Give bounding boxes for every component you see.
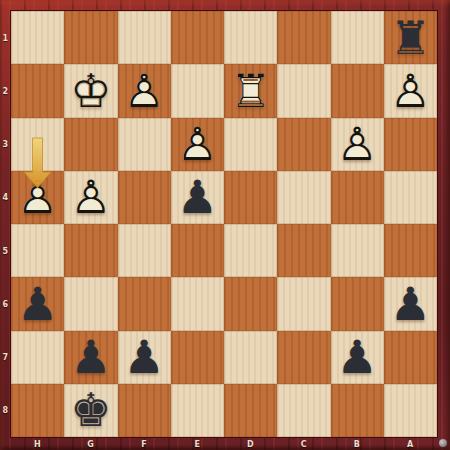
piece-fill: ♟: [118, 64, 171, 117]
piece-outline: ♙: [384, 64, 437, 117]
piece-white-pawn: ♟♙: [118, 64, 171, 117]
square-b7[interactable]: ♟: [331, 331, 384, 384]
file-label-f: F: [141, 439, 147, 448]
square-b3[interactable]: ♟♙: [331, 118, 384, 171]
square-h6[interactable]: ♟: [11, 277, 64, 330]
square-f2[interactable]: ♟♙: [118, 64, 171, 117]
file-label-c: C: [301, 439, 307, 448]
square-d7[interactable]: [224, 331, 277, 384]
rank-label-2: 2: [2, 86, 8, 95]
square-c3[interactable]: [277, 118, 330, 171]
piece-outline: ♔: [64, 64, 117, 117]
piece-fill: ♟: [331, 331, 384, 384]
square-c5[interactable]: [277, 224, 330, 277]
piece-fill: ♟: [171, 171, 224, 224]
piece-outline: ♙: [11, 171, 64, 224]
piece-fill: ♟: [384, 64, 437, 117]
square-e8[interactable]: [171, 384, 224, 437]
square-a1[interactable]: ♜: [384, 11, 437, 64]
square-f3[interactable]: [118, 118, 171, 171]
piece-fill: ♟: [171, 118, 224, 171]
piece-fill: ♚: [64, 64, 117, 117]
square-c4[interactable]: [277, 171, 330, 224]
piece-outline: ♙: [64, 171, 117, 224]
square-h7[interactable]: [11, 331, 64, 384]
piece-black-rook: ♜: [384, 11, 437, 64]
square-e1[interactable]: [171, 11, 224, 64]
piece-fill: ♜: [384, 11, 437, 64]
square-e5[interactable]: [171, 224, 224, 277]
piece-fill: ♟: [118, 331, 171, 384]
chess-board: ♜♚♔♟♙♜♖♟♙♟♙♟♙♟♙♟♙♟♟♟♟♟♟♚: [11, 11, 437, 437]
square-c6[interactable]: [277, 277, 330, 330]
square-e4[interactable]: ♟: [171, 171, 224, 224]
rank-label-6: 6: [2, 299, 8, 308]
piece-fill: ♟: [64, 331, 117, 384]
square-d6[interactable]: [224, 277, 277, 330]
rank-label-7: 7: [2, 353, 8, 362]
piece-outline: ♙: [118, 64, 171, 117]
piece-fill: ♟: [384, 277, 437, 330]
square-e7[interactable]: [171, 331, 224, 384]
piece-white-rook: ♜♖: [224, 64, 277, 117]
rank-label-3: 3: [2, 140, 8, 149]
square-g1[interactable]: [64, 11, 117, 64]
file-label-e: E: [194, 439, 200, 448]
file-label-a: A: [407, 439, 414, 448]
square-g4[interactable]: ♟♙: [64, 171, 117, 224]
square-g6[interactable]: [64, 277, 117, 330]
piece-white-pawn: ♟♙: [11, 171, 64, 224]
piece-black-king: ♚: [64, 384, 117, 437]
square-a6[interactable]: ♟: [384, 277, 437, 330]
corner-dot: [439, 439, 447, 447]
square-b1[interactable]: [331, 11, 384, 64]
piece-fill: ♟: [11, 277, 64, 330]
square-h1[interactable]: [11, 11, 64, 64]
square-c8[interactable]: [277, 384, 330, 437]
square-g5[interactable]: [64, 224, 117, 277]
piece-fill: ♜: [224, 64, 277, 117]
piece-outline: ♙: [171, 118, 224, 171]
piece-black-pawn: ♟: [64, 331, 117, 384]
piece-white-pawn: ♟♙: [171, 118, 224, 171]
file-label-b: B: [354, 439, 361, 448]
piece-fill: ♚: [64, 384, 117, 437]
square-g2[interactable]: ♚♔: [64, 64, 117, 117]
file-label-g: G: [87, 439, 94, 448]
square-e6[interactable]: [171, 277, 224, 330]
square-h2[interactable]: [11, 64, 64, 117]
square-h8[interactable]: [11, 384, 64, 437]
piece-white-king: ♚♔: [64, 64, 117, 117]
square-f1[interactable]: [118, 11, 171, 64]
piece-black-pawn: ♟: [118, 331, 171, 384]
piece-fill: ♟: [11, 171, 64, 224]
square-h4[interactable]: ♟♙: [11, 171, 64, 224]
piece-fill: ♟: [64, 171, 117, 224]
piece-white-pawn: ♟♙: [384, 64, 437, 117]
square-b8[interactable]: [331, 384, 384, 437]
square-a3[interactable]: [384, 118, 437, 171]
piece-outline: ♙: [331, 118, 384, 171]
square-a8[interactable]: [384, 384, 437, 437]
square-f6[interactable]: [118, 277, 171, 330]
piece-black-pawn: ♟: [384, 277, 437, 330]
square-b2[interactable]: [331, 64, 384, 117]
rank-label-8: 8: [2, 406, 8, 415]
square-e3[interactable]: ♟♙: [171, 118, 224, 171]
board-frame: ♜♚♔♟♙♜♖♟♙♟♙♟♙♟♙♟♙♟♟♟♟♟♟♚ 12345678 HGFEDC…: [0, 0, 450, 450]
square-d4[interactable]: [224, 171, 277, 224]
square-g8[interactable]: ♚: [64, 384, 117, 437]
square-g7[interactable]: ♟: [64, 331, 117, 384]
rank-label-5: 5: [2, 246, 8, 255]
piece-black-pawn: ♟: [171, 171, 224, 224]
square-d1[interactable]: [224, 11, 277, 64]
square-g3[interactable]: [64, 118, 117, 171]
square-d2[interactable]: ♜♖: [224, 64, 277, 117]
square-e2[interactable]: [171, 64, 224, 117]
square-h3[interactable]: [11, 118, 64, 171]
piece-black-pawn: ♟: [331, 331, 384, 384]
square-a4[interactable]: [384, 171, 437, 224]
square-f8[interactable]: [118, 384, 171, 437]
square-b5[interactable]: [331, 224, 384, 277]
square-c2[interactable]: [277, 64, 330, 117]
square-c1[interactable]: [277, 11, 330, 64]
piece-white-pawn: ♟♙: [64, 171, 117, 224]
rank-label-4: 4: [2, 193, 8, 202]
square-c7[interactable]: [277, 331, 330, 384]
square-a5[interactable]: [384, 224, 437, 277]
square-a2[interactable]: ♟♙: [384, 64, 437, 117]
square-b4[interactable]: [331, 171, 384, 224]
file-label-d: D: [247, 439, 254, 448]
piece-white-pawn: ♟♙: [331, 118, 384, 171]
piece-black-pawn: ♟: [11, 277, 64, 330]
file-label-h: H: [34, 439, 41, 448]
square-f4[interactable]: [118, 171, 171, 224]
square-d3[interactable]: [224, 118, 277, 171]
square-h5[interactable]: [11, 224, 64, 277]
square-a7[interactable]: [384, 331, 437, 384]
piece-fill: ♟: [331, 118, 384, 171]
square-f7[interactable]: ♟: [118, 331, 171, 384]
square-d8[interactable]: [224, 384, 277, 437]
piece-outline: ♖: [224, 64, 277, 117]
square-f5[interactable]: [118, 224, 171, 277]
square-d5[interactable]: [224, 224, 277, 277]
rank-label-1: 1: [2, 33, 8, 42]
square-b6[interactable]: [331, 277, 384, 330]
